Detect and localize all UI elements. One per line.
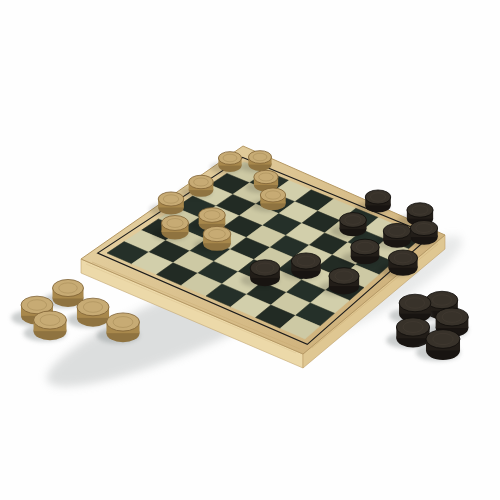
piece-top xyxy=(161,216,188,231)
piece-top xyxy=(199,208,226,223)
piece-top xyxy=(189,175,214,189)
piece-top xyxy=(329,268,359,285)
checker-piece-light[interactable] xyxy=(149,192,183,216)
piece-top xyxy=(410,220,437,235)
piece-top xyxy=(158,192,184,206)
piece-top xyxy=(407,203,433,217)
piece-top xyxy=(77,298,109,316)
piece-top xyxy=(426,330,460,349)
checker-piece-light[interactable] xyxy=(210,152,242,174)
piece-top xyxy=(254,170,278,183)
checkers-product-photo xyxy=(0,0,500,500)
piece-top xyxy=(365,190,391,204)
piece-top xyxy=(53,279,84,296)
piece-top xyxy=(260,188,285,202)
piece-top xyxy=(248,151,271,164)
piece-top xyxy=(34,311,67,329)
piece-top xyxy=(436,308,469,326)
piece-top xyxy=(340,213,367,228)
checker-piece-dark[interactable] xyxy=(386,318,429,349)
piece-top xyxy=(351,239,380,255)
checkers-scene xyxy=(0,0,500,500)
piece-top xyxy=(203,226,231,241)
piece-top xyxy=(388,250,417,266)
piece-top xyxy=(399,294,431,312)
piece-top xyxy=(106,313,139,331)
piece-top xyxy=(383,223,411,238)
piece-top xyxy=(291,253,320,269)
piece-top xyxy=(396,318,429,336)
piece-top xyxy=(218,152,241,165)
piece-top xyxy=(250,260,280,276)
